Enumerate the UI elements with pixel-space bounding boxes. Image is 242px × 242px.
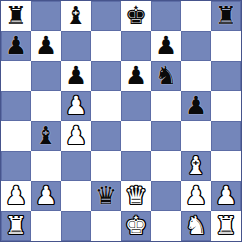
square-h2[interactable]: ♟ — [211, 181, 241, 211]
square-f3[interactable] — [151, 151, 181, 181]
piece-white-knight[interactable]: ♞ — [185, 213, 207, 238]
square-b5[interactable] — [31, 91, 61, 121]
square-b6[interactable] — [31, 61, 61, 91]
piece-white-pawn[interactable]: ♟ — [215, 183, 237, 208]
square-c5[interactable]: ♟ — [61, 91, 91, 121]
square-h3[interactable] — [211, 151, 241, 181]
square-f2[interactable] — [151, 181, 181, 211]
piece-black-pawn[interactable]: ♟ — [35, 33, 57, 58]
square-e3[interactable] — [121, 151, 151, 181]
square-a5[interactable] — [1, 91, 31, 121]
square-d8[interactable] — [91, 1, 121, 31]
square-h5[interactable] — [211, 91, 241, 121]
square-h8[interactable]: ♜ — [211, 1, 241, 31]
piece-black-rook[interactable]: ♜ — [215, 3, 237, 28]
square-e6[interactable]: ♟ — [121, 61, 151, 91]
square-h1[interactable]: ♜ — [211, 211, 241, 241]
square-e2[interactable]: ♛ — [121, 181, 151, 211]
square-d7[interactable] — [91, 31, 121, 61]
piece-black-pawn[interactable]: ♟ — [125, 63, 147, 88]
piece-white-rook[interactable]: ♜ — [215, 213, 237, 238]
piece-white-king[interactable]: ♚ — [125, 213, 147, 238]
square-a3[interactable] — [1, 151, 31, 181]
piece-black-bishop[interactable]: ♝ — [65, 3, 87, 28]
piece-white-pawn[interactable]: ♟ — [5, 183, 27, 208]
piece-black-knight[interactable]: ♞ — [155, 63, 177, 88]
square-a1[interactable]: ♜ — [1, 211, 31, 241]
square-b2[interactable]: ♟ — [31, 181, 61, 211]
square-c3[interactable] — [61, 151, 91, 181]
square-c4[interactable]: ♟ — [61, 121, 91, 151]
piece-black-bishop[interactable]: ♝ — [35, 123, 57, 148]
square-d3[interactable] — [91, 151, 121, 181]
square-f7[interactable]: ♟ — [151, 31, 181, 61]
square-d6[interactable] — [91, 61, 121, 91]
square-a6[interactable] — [1, 61, 31, 91]
square-a2[interactable]: ♟ — [1, 181, 31, 211]
square-a4[interactable] — [1, 121, 31, 151]
square-g4[interactable] — [181, 121, 211, 151]
square-c7[interactable] — [61, 31, 91, 61]
square-g5[interactable]: ♟ — [181, 91, 211, 121]
square-b3[interactable] — [31, 151, 61, 181]
piece-white-rook[interactable]: ♜ — [5, 213, 27, 238]
square-g8[interactable] — [181, 1, 211, 31]
square-h4[interactable] — [211, 121, 241, 151]
square-g3[interactable]: ♝ — [181, 151, 211, 181]
piece-black-pawn[interactable]: ♟ — [65, 63, 87, 88]
square-d4[interactable] — [91, 121, 121, 151]
square-c8[interactable]: ♝ — [61, 1, 91, 31]
piece-black-queen[interactable]: ♛ — [95, 183, 117, 208]
square-e7[interactable] — [121, 31, 151, 61]
square-b4[interactable]: ♝ — [31, 121, 61, 151]
square-e4[interactable] — [121, 121, 151, 151]
square-f1[interactable] — [151, 211, 181, 241]
square-b7[interactable]: ♟ — [31, 31, 61, 61]
square-g7[interactable] — [181, 31, 211, 61]
piece-white-pawn[interactable]: ♟ — [65, 93, 87, 118]
square-e5[interactable] — [121, 91, 151, 121]
piece-white-pawn[interactable]: ♟ — [35, 183, 57, 208]
square-c2[interactable] — [61, 181, 91, 211]
square-c1[interactable] — [61, 211, 91, 241]
square-d5[interactable] — [91, 91, 121, 121]
piece-black-pawn[interactable]: ♟ — [155, 33, 177, 58]
square-f8[interactable] — [151, 1, 181, 31]
square-a8[interactable]: ♜ — [1, 1, 31, 31]
square-c6[interactable]: ♟ — [61, 61, 91, 91]
square-f4[interactable] — [151, 121, 181, 151]
piece-black-pawn[interactable]: ♟ — [185, 93, 207, 118]
square-e1[interactable]: ♚ — [121, 211, 151, 241]
square-g2[interactable]: ♟ — [181, 181, 211, 211]
square-g6[interactable] — [181, 61, 211, 91]
square-e8[interactable]: ♚ — [121, 1, 151, 31]
piece-white-pawn[interactable]: ♟ — [65, 123, 87, 148]
square-h6[interactable] — [211, 61, 241, 91]
piece-black-king[interactable]: ♚ — [125, 3, 147, 28]
square-f6[interactable]: ♞ — [151, 61, 181, 91]
square-b8[interactable] — [31, 1, 61, 31]
square-d1[interactable] — [91, 211, 121, 241]
piece-white-pawn[interactable]: ♟ — [185, 183, 207, 208]
square-f5[interactable] — [151, 91, 181, 121]
square-d2[interactable]: ♛ — [91, 181, 121, 211]
square-h7[interactable] — [211, 31, 241, 61]
piece-white-queen[interactable]: ♛ — [125, 183, 147, 208]
piece-white-bishop[interactable]: ♝ — [185, 153, 207, 178]
square-b1[interactable] — [31, 211, 61, 241]
square-a7[interactable]: ♟ — [1, 31, 31, 61]
piece-black-pawn[interactable]: ♟ — [5, 33, 27, 58]
piece-black-rook[interactable]: ♜ — [5, 3, 27, 28]
square-g1[interactable]: ♞ — [181, 211, 211, 241]
chess-board: ♜♝♚♜♟♟♟♟♟♞♟♟♝♟♝♟♟♛♛♟♟♜♚♞♜ — [0, 0, 242, 242]
